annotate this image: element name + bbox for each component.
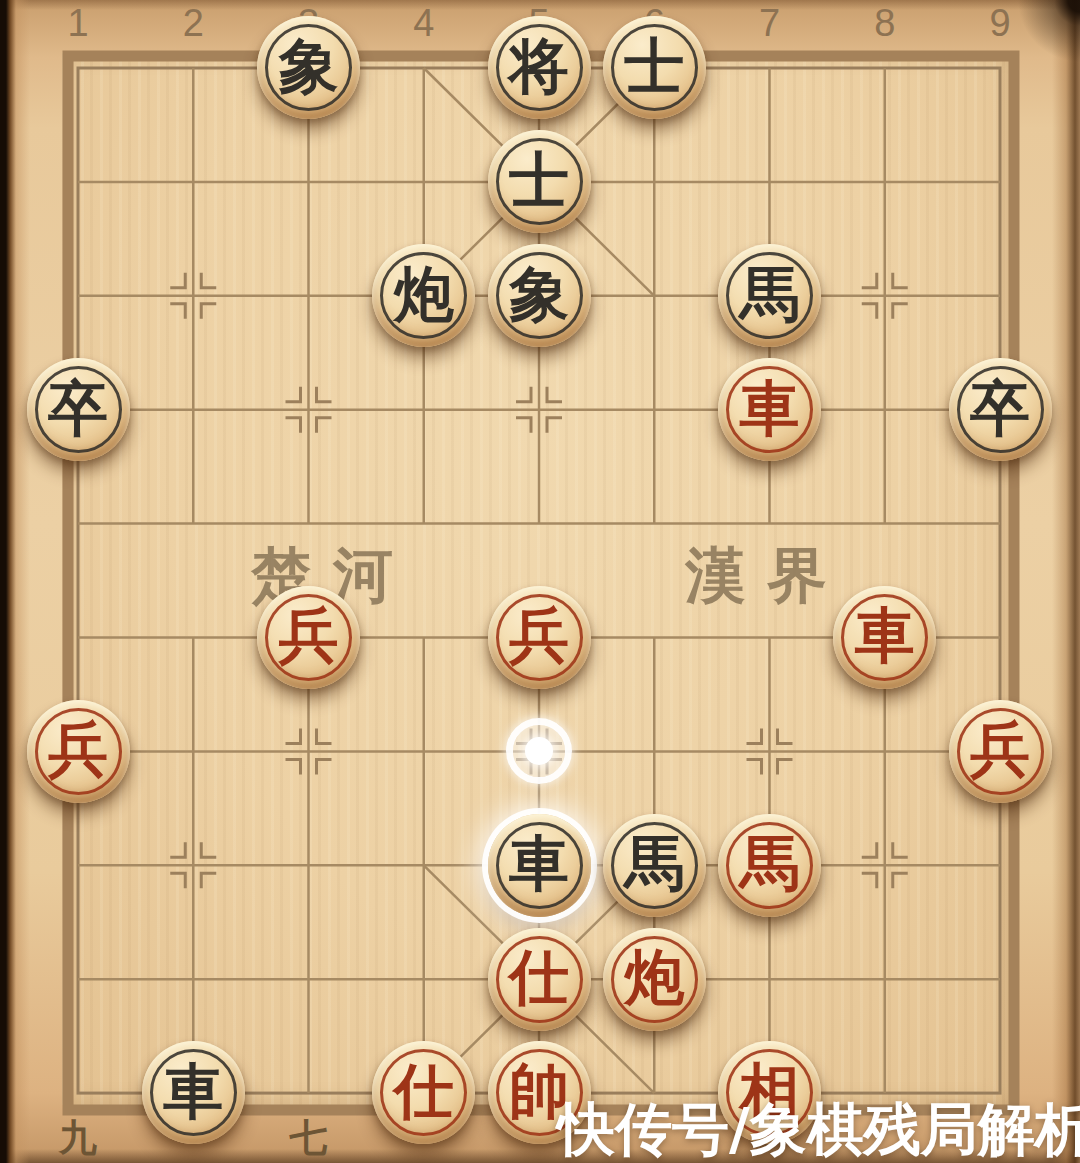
piece-glyph: 車 <box>855 605 915 665</box>
watermark-text: 快传号/象棋残局解析 <box>558 1092 1080 1163</box>
piece-glyph: 仕 <box>394 1061 454 1121</box>
piece-red-chariot[interactable]: 車 <box>833 586 936 689</box>
piece-glyph: 兵 <box>970 719 1030 779</box>
piece-glyph: 将 <box>509 36 569 96</box>
piece-black-advisor[interactable]: 士 <box>488 130 591 233</box>
piece-black-chariot[interactable]: 車 <box>488 814 591 917</box>
piece-black-advisor[interactable]: 士 <box>603 16 706 119</box>
piece-glyph: 卒 <box>970 378 1030 438</box>
piece-black-elephant[interactable]: 象 <box>257 16 360 119</box>
piece-black-cannon[interactable]: 炮 <box>372 244 475 347</box>
piece-black-soldier[interactable]: 卒 <box>27 358 130 461</box>
piece-red-horse[interactable]: 馬 <box>718 814 821 917</box>
pieces-grid: 象将士士炮象馬卒車卒兵兵車兵兵車馬馬仕炮車仕帥相 <box>20 11 1057 1150</box>
piece-black-chariot[interactable]: 車 <box>142 1041 245 1144</box>
piece-glyph: 仕 <box>509 947 569 1007</box>
piece-glyph: 兵 <box>279 605 339 665</box>
piece-glyph: 炮 <box>394 264 454 324</box>
piece-glyph: 士 <box>509 150 569 210</box>
piece-black-elephant[interactable]: 象 <box>488 244 591 347</box>
piece-red-soldier[interactable]: 兵 <box>949 700 1052 803</box>
piece-red-advisor[interactable]: 仕 <box>372 1041 475 1144</box>
piece-glyph: 車 <box>509 833 569 893</box>
piece-red-soldier[interactable]: 兵 <box>488 586 591 689</box>
piece-glyph: 兵 <box>509 605 569 665</box>
piece-red-soldier[interactable]: 兵 <box>27 700 130 803</box>
piece-red-chariot[interactable]: 車 <box>718 358 821 461</box>
piece-black-general[interactable]: 将 <box>488 16 591 119</box>
piece-glyph: 炮 <box>624 947 684 1007</box>
piece-black-horse[interactable]: 馬 <box>718 244 821 347</box>
piece-glyph: 馬 <box>740 833 800 893</box>
piece-black-horse[interactable]: 馬 <box>603 814 706 917</box>
piece-glyph: 馬 <box>624 833 684 893</box>
move-target-indicator[interactable] <box>506 718 572 784</box>
piece-glyph: 卒 <box>48 378 108 438</box>
xiangqi-board-screen: 123456789 九七 楚河 漢界 象将士士炮象馬卒車卒兵兵車兵兵車馬馬仕炮車… <box>0 0 1080 1163</box>
piece-red-soldier[interactable]: 兵 <box>257 586 360 689</box>
piece-glyph: 兵 <box>48 719 108 779</box>
piece-red-advisor[interactable]: 仕 <box>488 928 591 1031</box>
piece-glyph: 象 <box>509 264 569 324</box>
piece-black-soldier[interactable]: 卒 <box>949 358 1052 461</box>
piece-red-cannon[interactable]: 炮 <box>603 928 706 1031</box>
piece-glyph: 馬 <box>740 264 800 324</box>
piece-glyph: 象 <box>279 36 339 96</box>
piece-glyph: 士 <box>624 36 684 96</box>
piece-glyph: 車 <box>740 378 800 438</box>
piece-glyph: 車 <box>163 1061 223 1121</box>
